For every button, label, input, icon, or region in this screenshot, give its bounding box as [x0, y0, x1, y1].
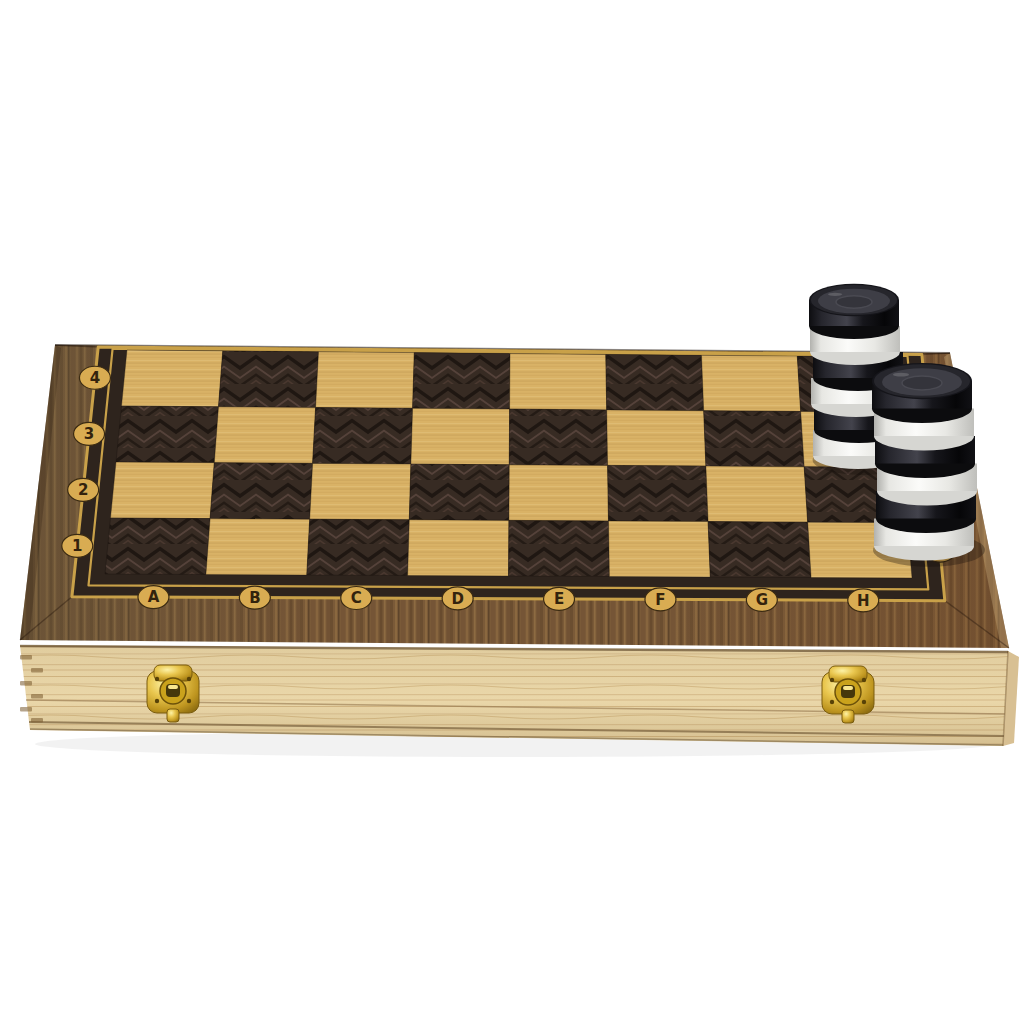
board-square — [316, 352, 415, 409]
finger-joint — [31, 694, 43, 699]
rank-label-2: 2 — [68, 478, 99, 501]
badge-text: C — [351, 589, 362, 607]
badge-text: B — [249, 589, 260, 607]
finger-joint — [20, 655, 32, 660]
file-label-B: B — [239, 586, 270, 609]
top-face-glint — [893, 373, 909, 377]
board-square — [307, 519, 410, 575]
stack-top-face — [872, 363, 972, 399]
board-square — [706, 466, 808, 522]
board-square — [509, 409, 607, 465]
board-square — [509, 520, 610, 576]
file-label-D: D — [442, 587, 473, 610]
file-label-G: G — [746, 588, 777, 611]
clasp-screw — [187, 699, 191, 703]
rank-label-3: 3 — [74, 422, 105, 445]
badge-text: F — [655, 591, 665, 609]
badge-text: D — [451, 590, 463, 608]
board-square — [510, 354, 607, 410]
clasp-screw — [830, 700, 834, 704]
badge-text: 2 — [78, 481, 88, 499]
rank-label-1: 1 — [62, 534, 93, 557]
badge-text: 4 — [90, 369, 100, 387]
top-face-glint — [828, 293, 842, 296]
board-square — [122, 350, 223, 407]
badge-text: G — [756, 591, 768, 609]
clasp-highlight — [168, 685, 178, 689]
chess-box-scene: ABCDEFGH12341 — [0, 0, 1024, 1024]
clasp-screw — [187, 677, 191, 681]
badge-text: E — [554, 590, 564, 608]
board-square — [210, 463, 313, 520]
board-square — [409, 464, 509, 520]
board-square — [105, 518, 210, 575]
file-label-H: H — [848, 589, 879, 612]
board-square — [606, 354, 704, 410]
file-label-F: F — [645, 588, 676, 611]
board-square — [708, 522, 811, 578]
board-square — [413, 353, 510, 410]
file-label-E: E — [544, 587, 575, 610]
board-square — [411, 408, 510, 465]
board-square — [608, 465, 709, 521]
board-square — [111, 462, 215, 519]
board-square — [607, 410, 706, 466]
badge-text: A — [148, 588, 160, 606]
clasp-tongue — [842, 710, 854, 723]
product-photo-stage: ABCDEFGH12341 — [0, 0, 1024, 1024]
rank-label-4: 4 — [79, 366, 110, 389]
board-square — [206, 519, 310, 575]
badge-text: 3 — [84, 425, 94, 443]
clasp-screw — [830, 678, 834, 682]
board-square — [609, 521, 711, 577]
badge-text: H — [857, 592, 870, 610]
checkerboard — [105, 350, 912, 578]
board-square — [408, 520, 509, 576]
board-square — [116, 406, 219, 463]
top-face-recess — [836, 296, 872, 308]
clasp-screw — [862, 678, 866, 682]
board-square — [702, 355, 801, 411]
badge-text: 1 — [72, 537, 82, 555]
clasp-screw — [862, 700, 866, 704]
clasp-highlight — [843, 686, 853, 690]
board-square — [310, 463, 411, 519]
board-square — [214, 407, 315, 464]
clasp-tongue — [167, 709, 179, 722]
board-square — [219, 351, 319, 408]
finger-joint — [20, 707, 32, 712]
clasp-screw — [155, 677, 159, 681]
finger-joint — [20, 681, 32, 686]
clasp-screw — [155, 699, 159, 703]
top-face-recess — [902, 376, 942, 390]
file-label-C: C — [341, 587, 372, 610]
file-label-A: A — [138, 586, 169, 609]
stack-top-face — [809, 284, 899, 317]
board-square — [509, 465, 609, 521]
front-stack — [872, 363, 985, 567]
board-square — [313, 408, 413, 465]
finger-joint — [31, 718, 43, 723]
finger-joint — [31, 668, 43, 673]
board-square — [704, 411, 805, 467]
